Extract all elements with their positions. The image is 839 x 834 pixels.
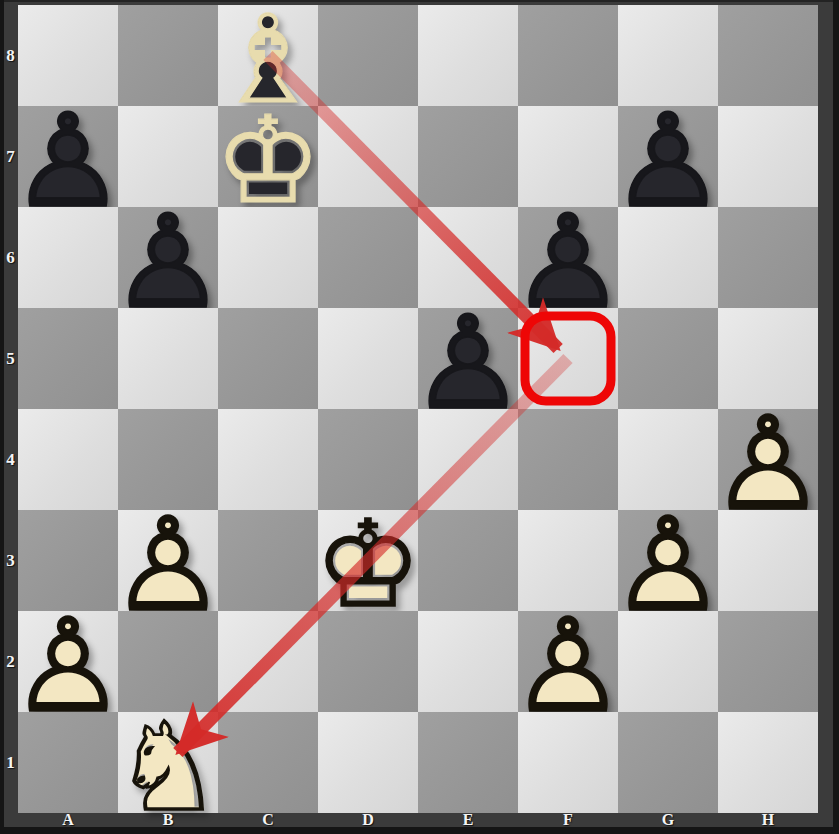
square-a4[interactable]	[18, 409, 118, 510]
frame-edge-top	[0, 0, 839, 2]
square-c7[interactable]: ♚♔	[218, 106, 318, 207]
square-h8[interactable]	[718, 5, 818, 106]
square-f4[interactable]	[518, 409, 618, 510]
piece-glyph-outline: ♙	[418, 312, 518, 413]
square-e2[interactable]	[418, 611, 518, 712]
chess-board: ♝♗♟♙♚♔♟♙♟♙♟♙♟♙♟♙♟♙♚♔♟♙♟♙♟♙♞♘	[18, 5, 818, 813]
rank-label-8: 8	[3, 5, 18, 106]
piece-glyph-outline: ♙	[518, 211, 618, 312]
piece-white-knight: ♞♘	[118, 712, 218, 813]
square-f3[interactable]	[518, 510, 618, 611]
piece-white-pawn: ♟♙	[118, 510, 218, 611]
piece-black-pawn: ♟♙	[518, 207, 618, 308]
square-h3[interactable]	[718, 510, 818, 611]
piece-black-pawn: ♟♙	[118, 207, 218, 308]
square-e8[interactable]	[418, 5, 518, 106]
square-d4[interactable]	[318, 409, 418, 510]
square-g7[interactable]: ♟♙	[618, 106, 718, 207]
piece-white-pawn: ♟♙	[718, 409, 818, 510]
piece-glyph-fill: ♟	[618, 514, 718, 615]
square-g2[interactable]	[618, 611, 718, 712]
piece-glyph-outline: ♔	[218, 110, 318, 211]
frame-edge-bottom	[0, 827, 839, 834]
piece-black-pawn: ♟♙	[18, 106, 118, 207]
square-h5[interactable]	[718, 308, 818, 409]
square-b5[interactable]	[118, 308, 218, 409]
square-b1[interactable]: ♞♘	[118, 712, 218, 813]
rank-label-2: 2	[3, 611, 18, 712]
square-a7[interactable]: ♟♙	[18, 106, 118, 207]
piece-glyph-fill: ♟	[118, 211, 218, 312]
square-h2[interactable]	[718, 611, 818, 712]
square-f2[interactable]: ♟♙	[518, 611, 618, 712]
piece-glyph-outline: ♔	[318, 514, 418, 615]
square-c1[interactable]	[218, 712, 318, 813]
piece-glyph-fill: ♝	[218, 9, 318, 110]
piece-glyph-fill: ♞	[118, 716, 218, 817]
piece-glyph-outline: ♙	[718, 413, 818, 514]
piece-glyph-fill: ♟	[118, 514, 218, 615]
square-g1[interactable]	[618, 712, 718, 813]
rank-labels: 87654321	[3, 5, 18, 813]
square-g6[interactable]	[618, 207, 718, 308]
file-label-b: B	[118, 812, 218, 828]
rank-label-3: 3	[3, 510, 18, 611]
rank-label-5: 5	[3, 308, 18, 409]
square-e6[interactable]	[418, 207, 518, 308]
piece-glyph-fill: ♚	[218, 110, 318, 211]
square-b4[interactable]	[118, 409, 218, 510]
piece-glyph-fill: ♟	[18, 110, 118, 211]
piece-black-king: ♚♔	[218, 106, 318, 207]
square-g4[interactable]	[618, 409, 718, 510]
file-label-g: G	[618, 812, 718, 828]
piece-glyph-outline: ♙	[118, 211, 218, 312]
square-c6[interactable]	[218, 207, 318, 308]
square-a5[interactable]	[18, 308, 118, 409]
piece-glyph-outline: ♗	[218, 9, 318, 110]
square-e7[interactable]	[418, 106, 518, 207]
piece-glyph-fill: ♟	[518, 211, 618, 312]
piece-glyph-outline: ♙	[618, 110, 718, 211]
square-c5[interactable]	[218, 308, 318, 409]
square-b6[interactable]: ♟♙	[118, 207, 218, 308]
square-d3[interactable]: ♚♔	[318, 510, 418, 611]
piece-glyph-outline: ♙	[518, 615, 618, 716]
piece-glyph-outline: ♙	[118, 514, 218, 615]
square-b7[interactable]	[118, 106, 218, 207]
square-c2[interactable]	[218, 611, 318, 712]
piece-glyph-fill: ♟	[518, 615, 618, 716]
square-g3[interactable]: ♟♙	[618, 510, 718, 611]
file-labels: ABCDEFGH	[18, 812, 818, 828]
square-d5[interactable]	[318, 308, 418, 409]
square-d6[interactable]	[318, 207, 418, 308]
piece-glyph-outline: ♙	[18, 110, 118, 211]
square-c4[interactable]	[218, 409, 318, 510]
chess-board-diagram: ♝♗♟♙♚♔♟♙♟♙♟♙♟♙♟♙♟♙♚♔♟♙♟♙♟♙♞♘ 87654321 AB…	[0, 0, 839, 834]
square-a2[interactable]: ♟♙	[18, 611, 118, 712]
square-g5[interactable]	[618, 308, 718, 409]
square-d8[interactable]	[318, 5, 418, 106]
square-f6[interactable]: ♟♙	[518, 207, 618, 308]
square-a1[interactable]	[18, 712, 118, 813]
square-f5[interactable]	[518, 308, 618, 409]
file-label-h: H	[718, 812, 818, 828]
rank-label-7: 7	[3, 106, 18, 207]
square-g8[interactable]	[618, 5, 718, 106]
rank-label-1: 1	[3, 712, 18, 813]
square-c8[interactable]: ♝♗	[218, 5, 318, 106]
rank-label-6: 6	[3, 207, 18, 308]
square-e4[interactable]	[418, 409, 518, 510]
file-label-c: C	[218, 812, 318, 828]
file-label-e: E	[418, 812, 518, 828]
piece-glyph-fill: ♟	[718, 413, 818, 514]
piece-white-pawn: ♟♙	[518, 611, 618, 712]
piece-white-pawn: ♟♙	[618, 510, 718, 611]
square-e5[interactable]: ♟♙	[418, 308, 518, 409]
piece-glyph-outline: ♘	[118, 716, 218, 817]
piece-black-pawn: ♟♙	[618, 106, 718, 207]
square-f7[interactable]	[518, 106, 618, 207]
square-d2[interactable]	[318, 611, 418, 712]
file-label-d: D	[318, 812, 418, 828]
piece-glyph-fill: ♚	[318, 514, 418, 615]
piece-glyph-fill: ♟	[18, 615, 118, 716]
square-h1[interactable]	[718, 712, 818, 813]
frame-edge-right	[833, 0, 839, 834]
square-f8[interactable]	[518, 5, 618, 106]
square-f1[interactable]	[518, 712, 618, 813]
square-a6[interactable]	[18, 207, 118, 308]
square-b2[interactable]	[118, 611, 218, 712]
square-b8[interactable]	[118, 5, 218, 106]
frame-edge-left	[0, 0, 4, 834]
piece-white-king: ♚♔	[318, 510, 418, 611]
piece-glyph-fill: ♟	[618, 110, 718, 211]
square-e3[interactable]	[418, 510, 518, 611]
file-label-f: F	[518, 812, 618, 828]
square-b3[interactable]: ♟♙	[118, 510, 218, 611]
piece-glyph-outline: ♙	[18, 615, 118, 716]
piece-glyph-fill: ♟	[418, 312, 518, 413]
piece-glyph-outline: ♙	[618, 514, 718, 615]
square-a8[interactable]	[18, 5, 118, 106]
piece-black-pawn: ♟♙	[418, 308, 518, 409]
piece-white-pawn: ♟♙	[18, 611, 118, 712]
square-h7[interactable]	[718, 106, 818, 207]
square-a3[interactable]	[18, 510, 118, 611]
square-e1[interactable]	[418, 712, 518, 813]
square-c3[interactable]	[218, 510, 318, 611]
piece-black-bishop: ♝♗	[218, 5, 318, 106]
square-d7[interactable]	[318, 106, 418, 207]
file-label-a: A	[18, 812, 118, 828]
rank-label-4: 4	[3, 409, 18, 510]
square-d1[interactable]	[318, 712, 418, 813]
square-h6[interactable]	[718, 207, 818, 308]
square-h4[interactable]: ♟♙	[718, 409, 818, 510]
